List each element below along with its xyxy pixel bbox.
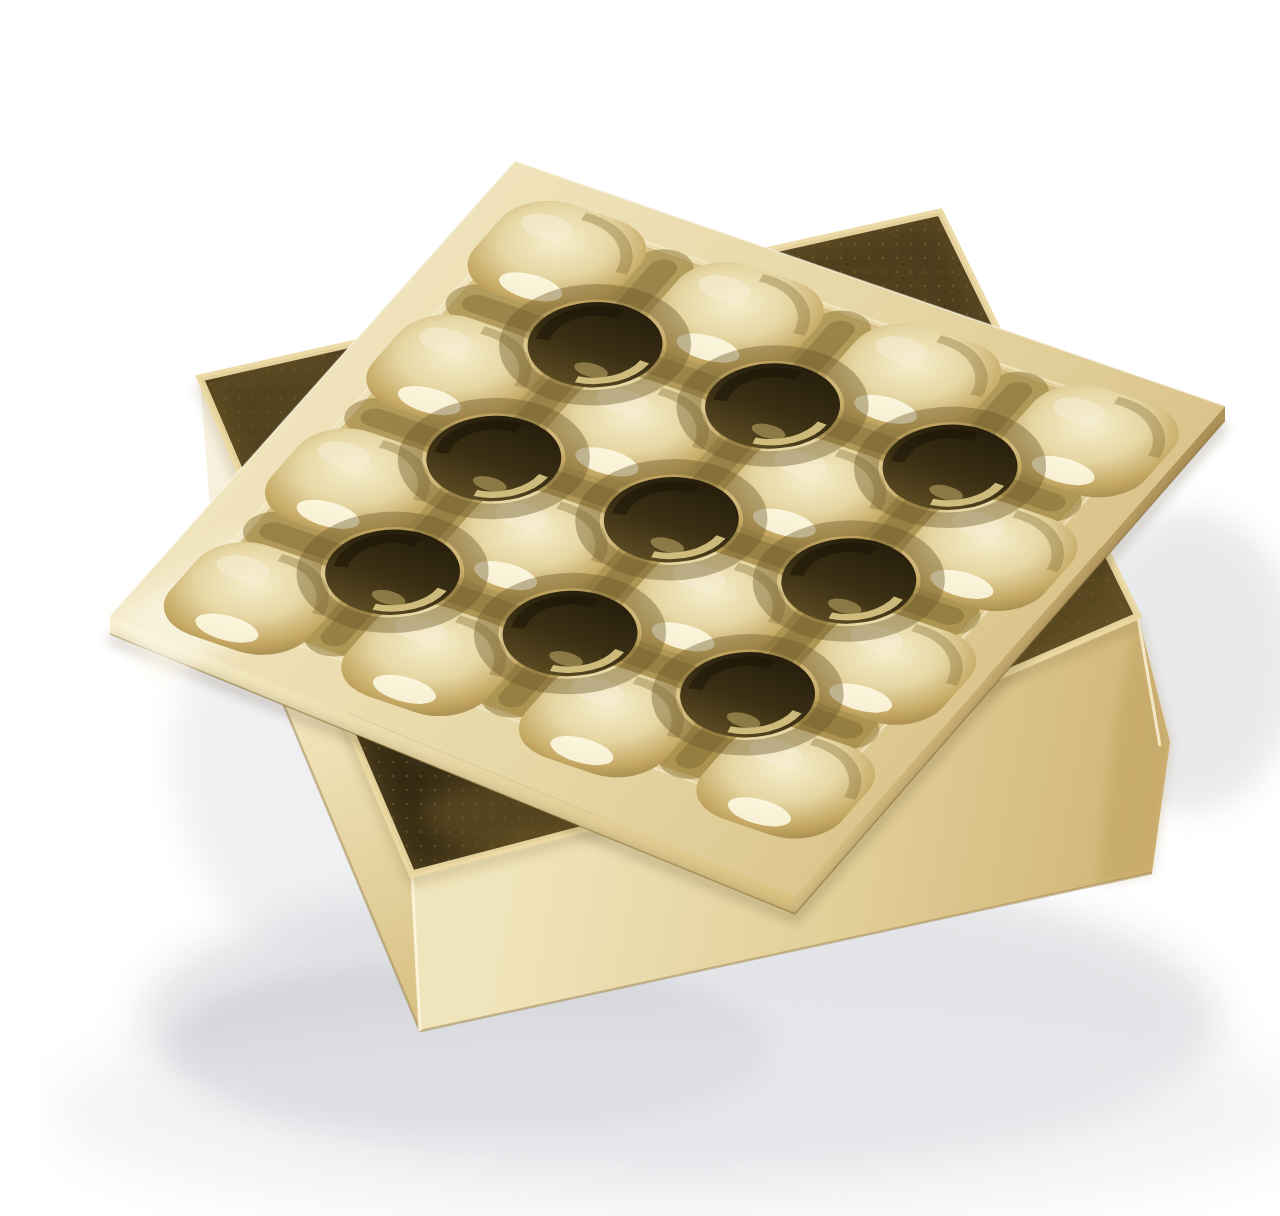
brass-box-photo xyxy=(40,16,1280,1216)
product-photo-stage: Overhead product photograph of a polishe… xyxy=(40,16,1280,1216)
